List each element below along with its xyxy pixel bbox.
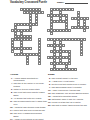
- grid-cell[interactable]: [26, 62, 29, 65]
- clue-item: 4.The star at the center of our solar sy…: [10, 82, 47, 87]
- clue-text: The path a planet takes around the sun: [51, 104, 89, 107]
- grid-cell[interactable]: [86, 17, 89, 20]
- grid-cell[interactable]: [68, 29, 71, 32]
- clue-number: 16.: [10, 112, 13, 117]
- grid-cell[interactable]: [50, 32, 53, 35]
- down-clue-list: 2.The closest planet to the sun3.A large…: [48, 77, 89, 108]
- across-clues-section: Across 1.A place where scientists do exp…: [10, 73, 47, 120]
- clue-number: 17.: [10, 118, 13, 120]
- clue-number: 11.: [10, 100, 13, 105]
- name-label: Name:: [57, 1, 64, 4]
- clue-text: The star at the center of our solar syst…: [13, 82, 47, 87]
- grid-cell[interactable]: [29, 29, 32, 32]
- grid-cell[interactable]: [41, 11, 44, 14]
- clue-text: The layer of gases surrounding Earth: [13, 112, 47, 117]
- clue-item: 17.A push or pull acting on an object: [10, 118, 47, 120]
- name-blank-line[interactable]: [65, 1, 88, 4]
- worksheet-title: Vocabulary Crossword Puzzle: [10, 1, 47, 4]
- across-header: Across: [10, 73, 47, 76]
- grid-cell[interactable]: [83, 38, 86, 41]
- down-header: Down: [48, 73, 89, 76]
- clue-item: 8.The force that pulls objects toward Ea…: [10, 91, 47, 96]
- clue-item: 16.The layer of gases surrounding Earth: [10, 112, 47, 117]
- name-field[interactable]: Name:: [57, 1, 88, 4]
- grid-cell[interactable]: [38, 62, 41, 65]
- clue-number: 1.: [10, 77, 13, 82]
- clue-number: 4.: [10, 82, 13, 87]
- crossword-grid: [11, 5, 89, 71]
- clue-number: 8.: [10, 91, 13, 96]
- grid-cell[interactable]: [68, 62, 71, 65]
- clue-text: The force that pulls objects toward Eart…: [13, 91, 47, 96]
- grid-cell[interactable]: [83, 29, 86, 32]
- grid-cell[interactable]: [80, 53, 83, 56]
- down-clues-section: Down 2.The closest planet to the sun3.A …: [48, 73, 89, 108]
- across-clue-list: 1.A place where scientists do experiment…: [10, 77, 47, 120]
- clue-item: 20.The path a planet takes around the su…: [48, 104, 89, 107]
- grid-cell[interactable]: [62, 44, 65, 47]
- grid-cell[interactable]: [86, 26, 89, 29]
- clue-text: A push or pull acting on an object: [13, 118, 47, 120]
- clue-text: The process plants use to make their foo…: [13, 100, 47, 105]
- clue-text: A place where scientists do experiments: [13, 77, 47, 82]
- grid-cell[interactable]: [35, 23, 38, 26]
- grid-cell[interactable]: [74, 68, 77, 71]
- grid-cell[interactable]: [29, 47, 32, 50]
- grid-cell[interactable]: [29, 38, 32, 41]
- grid-cell[interactable]: [71, 8, 74, 11]
- clue-number: 20.: [48, 104, 51, 107]
- clue-item: 11.The process plants use to make their …: [10, 100, 47, 105]
- clue-item: 1.A place where scientists do experiment…: [10, 77, 47, 82]
